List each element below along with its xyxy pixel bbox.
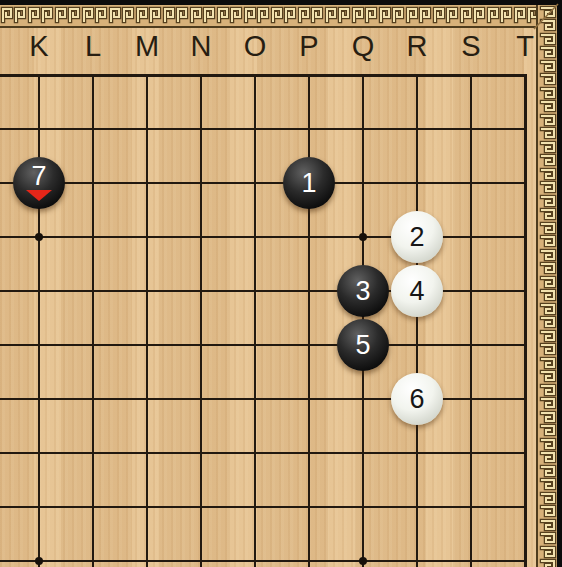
stone-1-black-P17: 1 <box>283 157 335 209</box>
stones-layer: 1234567 <box>0 0 562 567</box>
right-border-meander <box>536 5 557 567</box>
go-board[interactable]: KLMNOPQRST 1234567 <box>0 0 562 567</box>
stone-5-black-Q14: 5 <box>337 319 389 371</box>
stone-2-white-R16: 2 <box>391 211 443 263</box>
stone-number: 6 <box>409 384 424 415</box>
stone-number: 1 <box>301 168 316 199</box>
stone-number: 3 <box>355 276 370 307</box>
top-border-meander <box>0 5 562 28</box>
meander-pattern-vertical-icon <box>538 5 557 567</box>
stone-6-white-R13: 6 <box>391 373 443 425</box>
stone-number: 4 <box>409 276 424 307</box>
stone-7-black-K17: 7 <box>13 157 65 209</box>
top-frame-edge <box>0 0 562 5</box>
stone-3-black-Q15: 3 <box>337 265 389 317</box>
last-move-triangle-icon <box>26 190 52 201</box>
meander-pattern-horizontal-icon <box>0 5 562 26</box>
right-frame-edge <box>557 0 562 567</box>
stone-number: 7 <box>31 161 46 192</box>
stone-4-white-R15: 4 <box>391 265 443 317</box>
stone-number: 5 <box>355 330 370 361</box>
stone-number: 2 <box>409 222 424 253</box>
frame-miter-seam-icon <box>532 3 559 30</box>
